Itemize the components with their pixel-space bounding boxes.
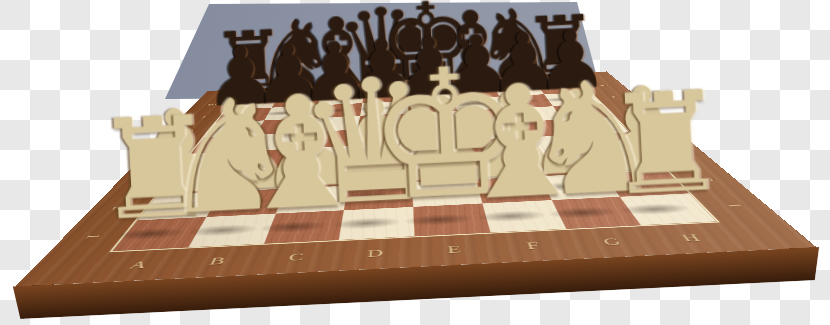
- chess-photo-scene: ABCDEFGH1122334455667788 ♜♞♝♛♚♝♞♜♟♟♟♟♟♟♟…: [0, 0, 830, 325]
- rook-glyph: ♜: [601, 72, 731, 216]
- perspective-container: ABCDEFGH1122334455667788 ♜♞♝♛♚♝♞♜♟♟♟♟♟♟♟…: [130, 0, 689, 325]
- board: ABCDEFGH1122334455667788 ♜♞♝♛♚♝♞♜♟♟♟♟♟♟♟…: [16, 71, 817, 286]
